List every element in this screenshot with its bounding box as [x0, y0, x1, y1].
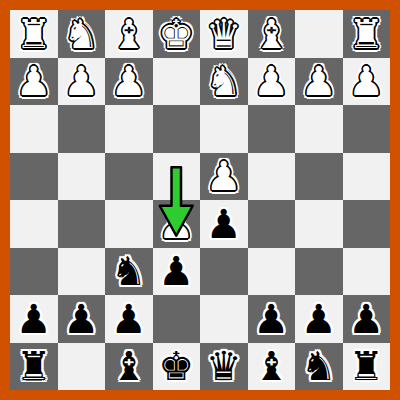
square-b1[interactable]	[295, 10, 343, 58]
square-e5[interactable]: ♟	[153, 200, 201, 248]
square-e2[interactable]	[153, 58, 201, 106]
white-pawn[interactable]: ♟	[253, 61, 289, 101]
black-pawn[interactable]: ♟	[63, 299, 99, 339]
square-b6[interactable]	[295, 248, 343, 296]
square-e1[interactable]: ♚	[153, 10, 201, 58]
square-e6[interactable]: ♟	[153, 248, 201, 296]
black-rook[interactable]: ♜	[348, 346, 384, 386]
white-pawn[interactable]: ♟	[301, 61, 337, 101]
black-pawn[interactable]: ♟	[16, 299, 52, 339]
square-a8[interactable]: ♜	[343, 343, 391, 391]
white-rook[interactable]: ♜	[348, 14, 384, 54]
square-g2[interactable]: ♟	[58, 58, 106, 106]
square-a2[interactable]: ♟	[343, 58, 391, 106]
square-h8[interactable]: ♜	[10, 343, 58, 391]
square-d6[interactable]	[200, 248, 248, 296]
black-queen[interactable]: ♛	[206, 346, 242, 386]
square-a3[interactable]	[343, 105, 391, 153]
square-g3[interactable]	[58, 105, 106, 153]
white-pawn[interactable]: ♟	[348, 61, 384, 101]
white-bishop[interactable]: ♝	[253, 14, 289, 54]
square-b3[interactable]	[295, 105, 343, 153]
white-knight[interactable]: ♞	[206, 61, 242, 101]
square-d8[interactable]: ♛	[200, 343, 248, 391]
square-h4[interactable]	[10, 153, 58, 201]
square-f6[interactable]: ♞	[105, 248, 153, 296]
white-king[interactable]: ♚	[158, 14, 194, 54]
square-h7[interactable]: ♟	[10, 295, 58, 343]
square-c4[interactable]	[248, 153, 296, 201]
square-g4[interactable]	[58, 153, 106, 201]
square-g8[interactable]	[58, 343, 106, 391]
square-g6[interactable]	[58, 248, 106, 296]
square-a5[interactable]	[343, 200, 391, 248]
white-pawn[interactable]: ♟	[111, 61, 147, 101]
square-c1[interactable]: ♝	[248, 10, 296, 58]
square-c7[interactable]: ♟	[248, 295, 296, 343]
square-g5[interactable]	[58, 200, 106, 248]
square-b5[interactable]	[295, 200, 343, 248]
square-d5[interactable]: ♟	[200, 200, 248, 248]
square-f5[interactable]	[105, 200, 153, 248]
square-c5[interactable]	[248, 200, 296, 248]
black-pawn[interactable]: ♟	[158, 251, 194, 291]
square-h6[interactable]	[10, 248, 58, 296]
black-pawn[interactable]: ♟	[348, 299, 384, 339]
white-pawn[interactable]: ♟	[206, 156, 242, 196]
square-h2[interactable]: ♟	[10, 58, 58, 106]
square-f7[interactable]: ♟	[105, 295, 153, 343]
square-b2[interactable]: ♟	[295, 58, 343, 106]
white-knight[interactable]: ♞	[63, 14, 99, 54]
square-h1[interactable]: ♜	[10, 10, 58, 58]
square-e4[interactable]	[153, 153, 201, 201]
white-rook[interactable]: ♜	[16, 14, 52, 54]
square-d4[interactable]: ♟	[200, 153, 248, 201]
square-b8[interactable]: ♞	[295, 343, 343, 391]
black-pawn[interactable]: ♟	[206, 204, 242, 244]
white-bishop[interactable]: ♝	[111, 14, 147, 54]
square-a1[interactable]: ♜	[343, 10, 391, 58]
square-e3[interactable]	[153, 105, 201, 153]
square-e8[interactable]: ♚	[153, 343, 201, 391]
square-f4[interactable]	[105, 153, 153, 201]
square-h5[interactable]	[10, 200, 58, 248]
square-e7[interactable]	[153, 295, 201, 343]
square-b7[interactable]: ♟	[295, 295, 343, 343]
black-knight[interactable]: ♞	[111, 251, 147, 291]
square-c8[interactable]: ♝	[248, 343, 296, 391]
black-pawn[interactable]: ♟	[301, 299, 337, 339]
square-g7[interactable]: ♟	[58, 295, 106, 343]
square-h3[interactable]	[10, 105, 58, 153]
square-d3[interactable]	[200, 105, 248, 153]
square-a7[interactable]: ♟	[343, 295, 391, 343]
square-f8[interactable]: ♝	[105, 343, 153, 391]
white-pawn[interactable]: ♟	[158, 204, 194, 244]
square-f1[interactable]: ♝	[105, 10, 153, 58]
square-b4[interactable]	[295, 153, 343, 201]
square-a4[interactable]	[343, 153, 391, 201]
square-a6[interactable]	[343, 248, 391, 296]
square-f3[interactable]	[105, 105, 153, 153]
square-c2[interactable]: ♟	[248, 58, 296, 106]
square-c6[interactable]	[248, 248, 296, 296]
black-king[interactable]: ♚	[158, 346, 194, 386]
square-f2[interactable]: ♟	[105, 58, 153, 106]
board-frame: ♜♞♝♚♛♝♜♟♟♟♞♟♟♟♟♟♟♞♟♟♟♟♟♟♟♜♝♚♛♝♞♜	[0, 0, 400, 400]
square-g1[interactable]: ♞	[58, 10, 106, 58]
black-pawn[interactable]: ♟	[111, 299, 147, 339]
chess-board: ♜♞♝♚♛♝♜♟♟♟♞♟♟♟♟♟♟♞♟♟♟♟♟♟♟♜♝♚♛♝♞♜	[10, 10, 390, 390]
square-d1[interactable]: ♛	[200, 10, 248, 58]
white-pawn[interactable]: ♟	[63, 61, 99, 101]
square-d2[interactable]: ♞	[200, 58, 248, 106]
black-rook[interactable]: ♜	[16, 346, 52, 386]
white-pawn[interactable]: ♟	[16, 61, 52, 101]
square-c3[interactable]	[248, 105, 296, 153]
white-queen[interactable]: ♛	[206, 14, 242, 54]
black-pawn[interactable]: ♟	[253, 299, 289, 339]
square-d7[interactable]	[200, 295, 248, 343]
black-bishop[interactable]: ♝	[253, 346, 289, 386]
black-bishop[interactable]: ♝	[111, 346, 147, 386]
black-knight[interactable]: ♞	[301, 346, 337, 386]
